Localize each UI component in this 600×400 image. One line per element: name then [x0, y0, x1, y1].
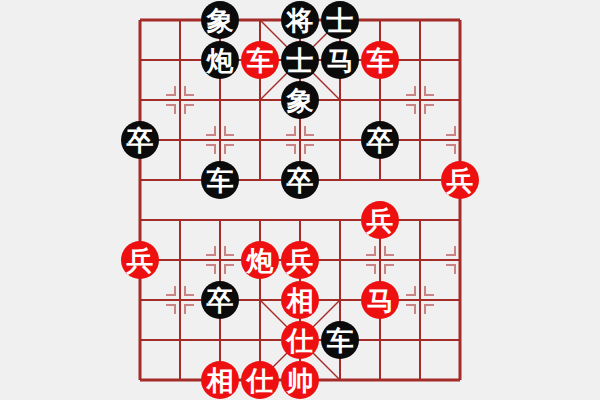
piece-red-pawn[interactable]: 兵	[441, 161, 479, 199]
piece-red-pawn[interactable]: 兵	[281, 241, 319, 279]
piece-red-advisor[interactable]: 仕	[241, 361, 279, 399]
piece-black-general[interactable]: 将	[281, 1, 319, 39]
piece-black-pawn[interactable]: 卒	[281, 161, 319, 199]
piece-red-general[interactable]: 帅	[281, 361, 319, 399]
piece-black-cannon[interactable]: 炮	[201, 41, 239, 79]
piece-red-rook[interactable]: 车	[241, 41, 279, 79]
piece-black-advisor[interactable]: 士	[321, 1, 359, 39]
piece-red-cannon[interactable]: 炮	[241, 241, 279, 279]
piece-red-pawn[interactable]: 兵	[121, 241, 159, 279]
piece-red-elephant[interactable]: 相	[201, 361, 239, 399]
piece-red-advisor[interactable]: 仕	[281, 321, 319, 359]
piece-black-horse[interactable]: 马	[321, 41, 359, 79]
pieces-layer: 象将士炮车士马车象卒卒车卒兵兵兵炮兵卒相马仕车相仕帅	[120, 0, 480, 400]
xiangqi-board: 象将士炮车士马车象卒卒车卒兵兵兵炮兵卒相马仕车相仕帅	[0, 0, 600, 400]
piece-black-advisor[interactable]: 士	[281, 41, 319, 79]
piece-black-rook[interactable]: 车	[201, 161, 239, 199]
piece-black-elephant[interactable]: 象	[281, 81, 319, 119]
piece-black-elephant[interactable]: 象	[201, 1, 239, 39]
piece-black-pawn[interactable]: 卒	[201, 281, 239, 319]
piece-black-pawn[interactable]: 卒	[361, 121, 399, 159]
piece-red-elephant[interactable]: 相	[281, 281, 319, 319]
piece-black-pawn[interactable]: 卒	[121, 121, 159, 159]
piece-red-horse[interactable]: 马	[361, 281, 399, 319]
piece-red-rook[interactable]: 车	[361, 41, 399, 79]
piece-red-pawn[interactable]: 兵	[361, 201, 399, 239]
piece-black-rook[interactable]: 车	[321, 321, 359, 359]
